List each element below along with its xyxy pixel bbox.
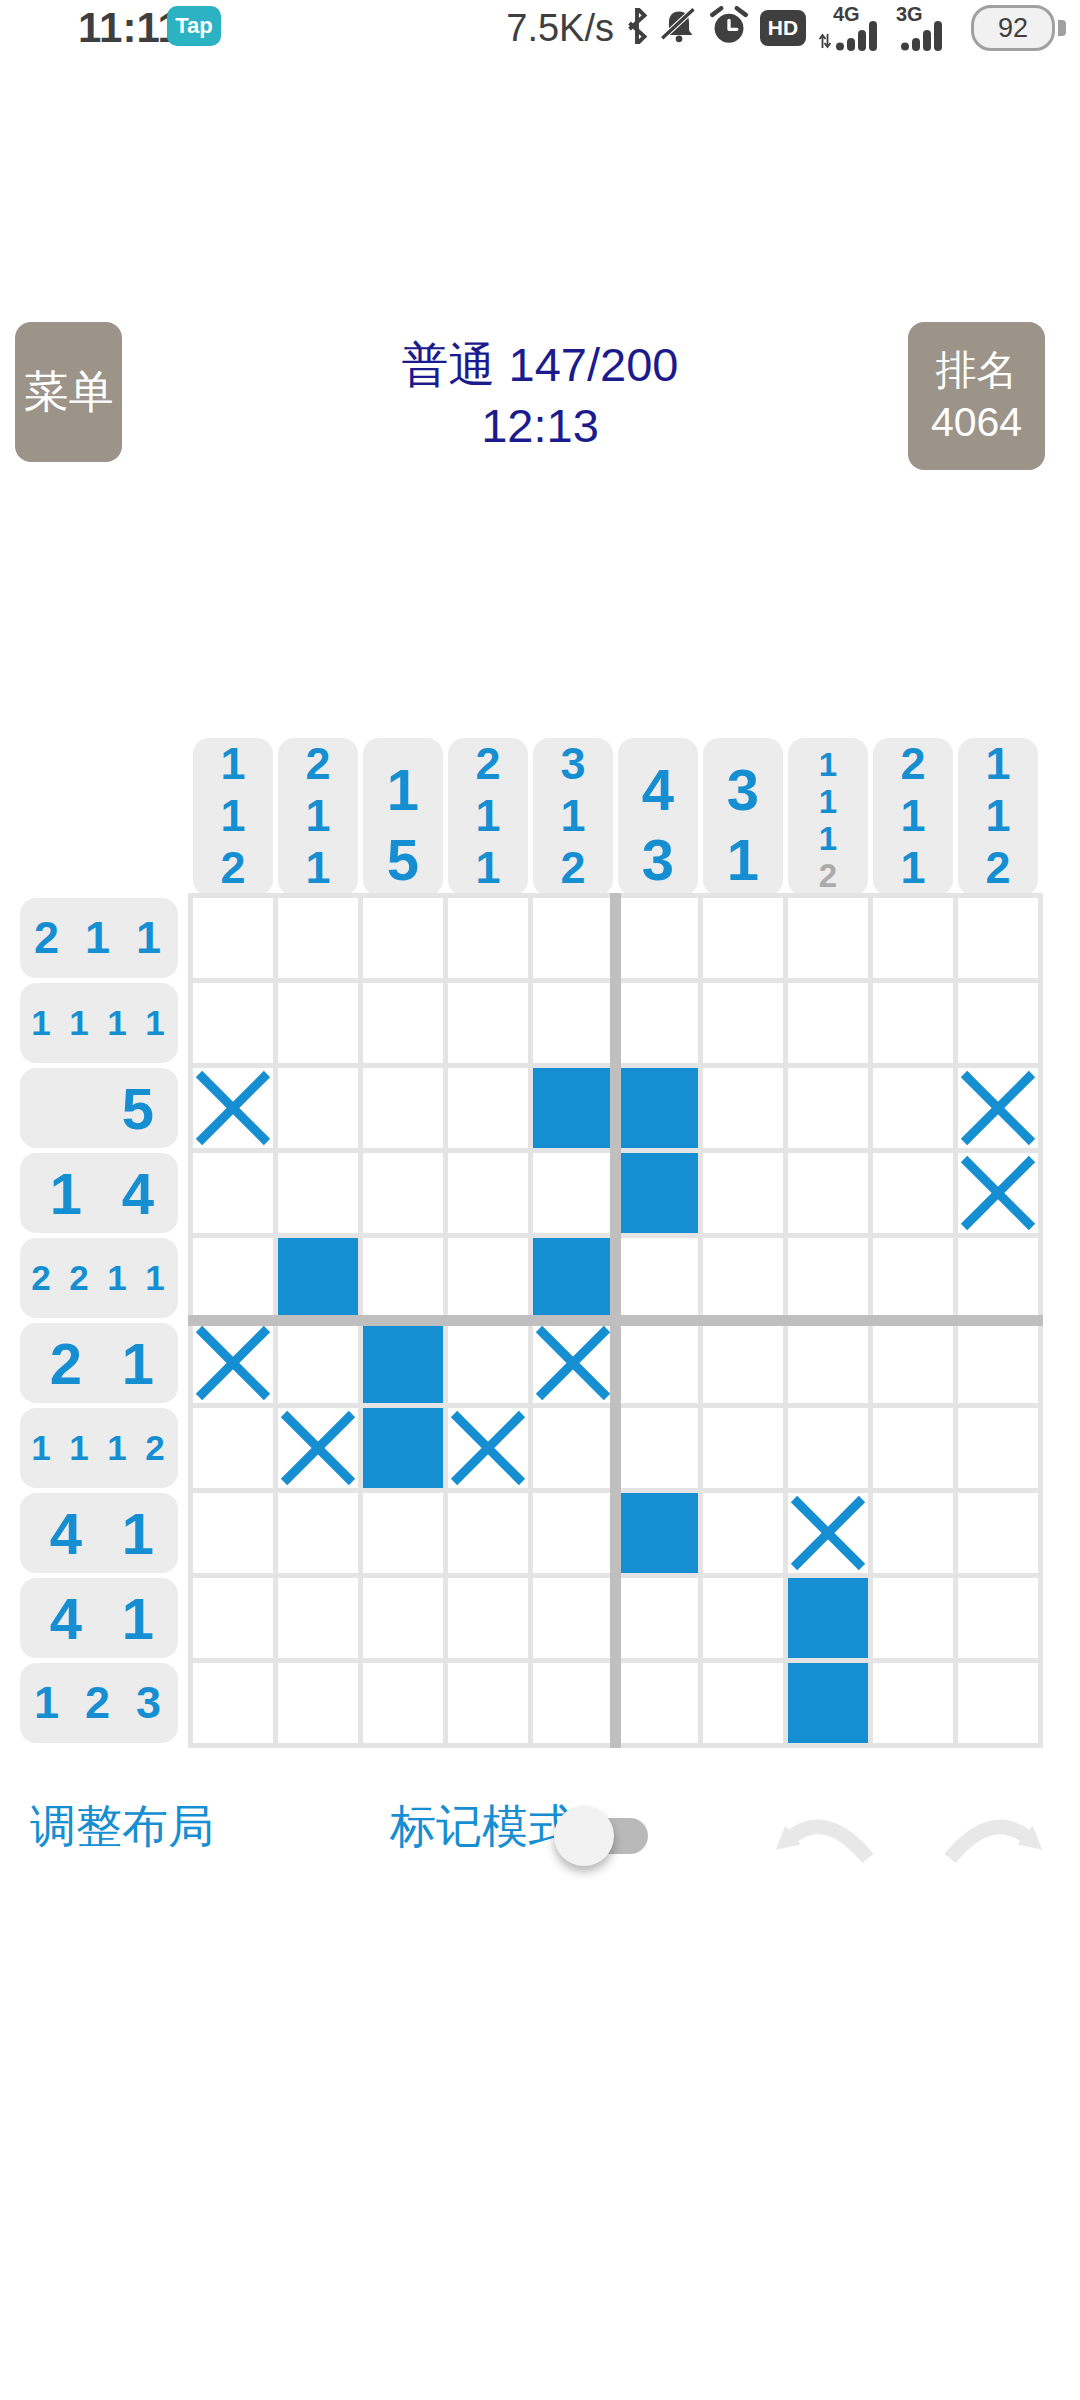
row-clue-5-num-1: 2 [22,1258,60,1298]
cell-r7-c10[interactable] [958,1408,1038,1488]
row-clue-9: 41 [20,1578,178,1658]
col-clue-10-num-1: 1 [985,738,1010,790]
col-clue-6: 43 [618,738,698,896]
toggle-knob[interactable] [554,1806,614,1866]
cell-r8-c4[interactable] [448,1493,528,1573]
row-clue-9-num-2: 1 [102,1585,174,1652]
col-clue-10: 112 [958,738,1038,896]
cell-r7-c2-x-mark[interactable] [278,1408,358,1488]
cell-r5-c5-filled[interactable] [533,1238,613,1318]
cell-r6-c4[interactable] [448,1323,528,1403]
row-clue-5: 2211 [20,1238,178,1318]
cell-r1-c8[interactable] [788,898,868,978]
row-clue-5-num-2: 2 [60,1258,98,1298]
row-clue-7-num-2: 1 [60,1428,98,1468]
cell-r1-c7[interactable] [703,898,783,978]
cell-r9-c4[interactable] [448,1578,528,1658]
cell-r9-c6[interactable] [618,1578,698,1658]
col-clue-8-num-1: 1 [819,746,837,783]
cell-r2-c9[interactable] [873,983,953,1063]
mute-bell-icon [660,7,698,49]
cell-r10-c2[interactable] [278,1663,358,1743]
cell-r3-c8[interactable] [788,1068,868,1148]
cell-r7-c4-x-mark[interactable] [448,1408,528,1488]
mark-mode-toggle[interactable] [562,1818,648,1854]
cell-r10-c10[interactable] [958,1663,1038,1743]
col-clue-1: 112 [193,738,273,896]
row-clue-2: 1111 [20,983,178,1063]
col-clue-4: 211 [448,738,528,896]
cell-r5-c10[interactable] [958,1238,1038,1318]
cell-r1-c6[interactable] [618,898,698,978]
cell-r2-c8[interactable] [788,983,868,1063]
col-clue-4-num-2: 1 [475,790,500,842]
adjust-layout-button[interactable]: 调整布局 [30,1796,214,1858]
row-clue-10: 123 [20,1663,178,1743]
cell-r2-c6[interactable] [618,983,698,1063]
cell-r3-c9[interactable] [873,1068,953,1148]
cell-r2-c5[interactable] [533,983,613,1063]
row-clue-7-num-1: 1 [22,1428,60,1468]
row-clue-8-num-1: 4 [30,1500,102,1567]
cell-r1-c1[interactable] [193,898,273,978]
col-clue-5-num-1: 3 [560,738,585,790]
statusbar-right: 7.5K/s HD 4G 3G [506,4,1066,52]
cell-r2-c10[interactable] [958,983,1038,1063]
row-clue-4-num-2: 4 [102,1160,174,1227]
column-clues: 1122111521131243311112211112 [188,738,1043,884]
col-clue-4-num-1: 2 [475,738,500,790]
cell-r7-c7[interactable] [703,1408,783,1488]
row-clue-2-num-4: 1 [136,1003,174,1043]
cell-r6-c1-x-mark[interactable] [193,1323,273,1403]
cell-r9-c1[interactable] [193,1578,273,1658]
cell-r6-c10[interactable] [958,1323,1038,1403]
cell-r9-c8-filled[interactable] [788,1578,868,1658]
row-clue-1: 211 [20,898,178,978]
cell-r8-c7[interactable] [703,1493,783,1573]
tap-badge-icon: Tap [167,6,221,46]
row-clue-8-num-2: 1 [102,1500,174,1567]
col-clue-9: 211 [873,738,953,896]
cell-r8-c1[interactable] [193,1493,273,1573]
row-clue-4-num-1: 1 [30,1160,102,1227]
row-clue-4: 14 [20,1153,178,1233]
cell-r3-c6-filled[interactable] [618,1068,698,1148]
cell-r5-c7[interactable] [703,1238,783,1318]
cell-r3-c4[interactable] [448,1068,528,1148]
cell-r9-c7[interactable] [703,1578,783,1658]
row-clue-5-num-3: 1 [98,1258,136,1298]
cell-r1-c10[interactable] [958,898,1038,978]
hd-icon: HD [760,10,806,46]
cell-r7-c3-filled[interactable] [363,1408,443,1488]
col-clue-1-num-2: 1 [220,790,245,842]
rank-label: 排名 [936,344,1018,396]
row-clue-2-num-3: 1 [98,1003,136,1043]
row-clue-7-num-3: 1 [98,1428,136,1468]
row-clue-9-num-1: 4 [30,1585,102,1652]
cell-r2-c2[interactable] [278,983,358,1063]
cell-r2-c1[interactable] [193,983,273,1063]
rank-button[interactable]: 排名 4064 [908,322,1045,470]
cell-r5-c1[interactable] [193,1238,273,1318]
battery-icon: 92 [971,5,1066,51]
row-clue-1-num-3: 1 [123,912,174,964]
cell-r10-c9[interactable] [873,1663,953,1743]
cell-r3-c7[interactable] [703,1068,783,1148]
cell-r8-c8-x-mark[interactable] [788,1493,868,1573]
col-clue-5-num-2: 1 [560,790,585,842]
cell-r10-c4[interactable] [448,1663,528,1743]
row-clue-5-num-4: 1 [136,1258,174,1298]
col-clue-8-num-3: 1 [819,820,837,857]
cell-r4-c8[interactable] [788,1153,868,1233]
rank-value: 4064 [931,396,1022,448]
cell-r5-c3[interactable] [363,1238,443,1318]
cell-r1-c5[interactable] [533,898,613,978]
row-clue-10-num-2: 2 [72,1677,123,1729]
clock-time: 11:11 [78,4,181,52]
cell-r10-c6[interactable] [618,1663,698,1743]
cell-r4-c3[interactable] [363,1153,443,1233]
cell-r10-c5[interactable] [533,1663,613,1743]
col-clue-5: 312 [533,738,613,896]
col-clue-9-num-2: 1 [900,790,925,842]
cell-r9-c2[interactable] [278,1578,358,1658]
cell-r6-c2[interactable] [278,1323,358,1403]
cell-r10-c1[interactable] [193,1663,273,1743]
cell-r8-c6-filled[interactable] [618,1493,698,1573]
cell-r7-c6[interactable] [618,1408,698,1488]
mark-mode-label: 标记模式 [390,1796,574,1858]
cell-r5-c2-filled[interactable] [278,1238,358,1318]
cell-r8-c10[interactable] [958,1493,1038,1573]
cell-r6-c6[interactable] [618,1323,698,1403]
col-clue-9-num-3: 1 [900,842,925,894]
cell-r2-c3[interactable] [363,983,443,1063]
signal-3g-icon: 3G [894,5,960,51]
bluetooth-icon [625,8,649,48]
cell-r10-c7[interactable] [703,1663,783,1743]
cell-r9-c5[interactable] [533,1578,613,1658]
cell-r6-c3-filled[interactable] [363,1323,443,1403]
signal-4g-icon: 4G [817,5,883,51]
cell-r8-c2[interactable] [278,1493,358,1573]
cell-r9-c10[interactable] [958,1578,1038,1658]
alarm-clock-icon [709,6,749,50]
cell-r1-c3[interactable] [363,898,443,978]
col-clue-8-num-2: 1 [819,783,837,820]
row-clue-3: 5 [20,1068,178,1148]
network-speed: 7.5K/s [506,7,614,50]
col-clue-1-num-3: 2 [220,842,245,894]
battery-level: 92 [971,5,1055,51]
col-clue-7-num-1: 3 [727,754,759,824]
cell-r3-c10-x-mark[interactable] [958,1068,1038,1148]
cell-r4-c9[interactable] [873,1153,953,1233]
cell-r6-c5-x-mark[interactable] [533,1323,613,1403]
col-clue-7: 31 [703,738,783,896]
col-clue-10-num-2: 1 [985,790,1010,842]
redo-button[interactable] [938,1800,1050,1872]
col-clue-10-num-3: 2 [985,842,1010,894]
col-clue-6-num-2: 3 [642,824,674,894]
row-clue-6-num-1: 2 [30,1330,102,1397]
col-clue-2: 211 [278,738,358,896]
cell-r4-c6-filled[interactable] [618,1153,698,1233]
row-clue-6-num-2: 1 [102,1330,174,1397]
cell-r6-c9[interactable] [873,1323,953,1403]
cell-r8-c3[interactable] [363,1493,443,1573]
col-clue-8: 1112 [788,738,868,896]
undo-button[interactable] [768,1800,880,1872]
col-clue-2-num-2: 1 [305,790,330,842]
cell-r7-c8[interactable] [788,1408,868,1488]
col-clue-3-num-1: 1 [387,754,419,824]
row-clue-1-num-1: 2 [21,912,72,964]
cell-r4-c1[interactable] [193,1153,273,1233]
row-clue-7-num-4: 2 [136,1428,174,1468]
cell-r4-c10-x-mark[interactable] [958,1153,1038,1233]
cell-r4-c4[interactable] [448,1153,528,1233]
cell-r5-c4[interactable] [448,1238,528,1318]
row-clue-1-num-2: 1 [72,912,123,964]
row-clue-7: 1112 [20,1408,178,1488]
cell-r7-c5[interactable] [533,1408,613,1488]
row-clue-10-num-3: 3 [123,1677,174,1729]
cell-r5-c6[interactable] [618,1238,698,1318]
row-clue-6: 21 [20,1323,178,1403]
col-clue-1-num-1: 1 [220,738,245,790]
row-clue-2-num-2: 1 [60,1003,98,1043]
cell-r10-c3[interactable] [363,1663,443,1743]
col-clue-8-num-4: 2 [819,857,837,894]
cell-r5-c8[interactable] [788,1238,868,1318]
row-clue-3-num-1: 5 [102,1075,174,1142]
cell-r10-c8-filled[interactable] [788,1663,868,1743]
cell-r3-c5-filled[interactable] [533,1068,613,1148]
cell-r1-c2[interactable] [278,898,358,978]
row-clue-10-num-1: 1 [21,1677,72,1729]
cell-r4-c7[interactable] [703,1153,783,1233]
col-clue-4-num-3: 1 [475,842,500,894]
cell-r7-c1[interactable] [193,1408,273,1488]
col-clue-2-num-3: 1 [305,842,330,894]
col-clue-6-num-1: 4 [642,754,674,824]
cell-r4-c2[interactable] [278,1153,358,1233]
cell-r2-c7[interactable] [703,983,783,1063]
cell-r5-c9[interactable] [873,1238,953,1318]
cell-r7-c9[interactable] [873,1408,953,1488]
row-clue-8: 41 [20,1493,178,1573]
cell-r6-c7[interactable] [703,1323,783,1403]
cell-r3-c1-x-mark[interactable] [193,1068,273,1148]
row-clue-2-num-1: 1 [22,1003,60,1043]
cell-r1-c4[interactable] [448,898,528,978]
col-clue-7-num-2: 1 [727,824,759,894]
cell-r9-c9[interactable] [873,1578,953,1658]
cell-r8-c9[interactable] [873,1493,953,1573]
cell-r8-c5[interactable] [533,1493,613,1573]
row-clues: 211111151422112111124141123 [20,893,178,1748]
cell-r6-c8[interactable] [788,1323,868,1403]
col-clue-5-num-3: 2 [560,842,585,894]
col-clue-9-num-1: 2 [900,738,925,790]
cell-r4-c5[interactable] [533,1153,613,1233]
cell-r3-c3[interactable] [363,1068,443,1148]
col-clue-3-num-2: 5 [387,824,419,894]
cell-r3-c2[interactable] [278,1068,358,1148]
col-clue-2-num-1: 2 [305,738,330,790]
cell-r9-c3[interactable] [363,1578,443,1658]
board-grid [188,893,1043,1748]
cell-r2-c4[interactable] [448,983,528,1063]
cell-r1-c9[interactable] [873,898,953,978]
col-clue-3: 15 [363,738,443,896]
